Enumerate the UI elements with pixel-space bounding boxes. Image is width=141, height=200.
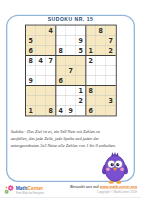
sudoku-cell: [66, 36, 76, 46]
sudoku-given-digit: 7: [49, 57, 53, 64]
sudoku-given-digit: 8: [99, 27, 103, 34]
sudoku-given-digit: 5: [29, 37, 33, 44]
sudoku-given-digit: 8: [29, 57, 33, 64]
sudoku-cell: [26, 96, 36, 106]
sudoku-cell: [106, 106, 116, 116]
sudoku-cell: [36, 76, 46, 86]
sudoku-cell: [36, 96, 46, 106]
instructions-line-3: untergeordneten 3x3 Netze alle Zahlen vo…: [11, 142, 131, 149]
page-title: SUDOKU NR. 15: [6, 17, 135, 23]
sudoku-cell: [66, 86, 76, 96]
sudoku-cell: 6: [56, 76, 66, 86]
sudoku-cell: 6: [26, 46, 36, 56]
sudoku-given-digit: 3: [109, 97, 113, 104]
logo-tagline: Free Math for Everyone: [16, 192, 44, 195]
sudoku-cell: [96, 66, 106, 76]
sudoku-cell: [56, 96, 66, 106]
sudoku-cell: 5: [76, 46, 86, 56]
logo-text-center: Center: [27, 185, 43, 191]
sudoku-cell: [96, 56, 106, 66]
sudoku-given-digit: 1: [79, 87, 83, 94]
instructions-line-1: Sudoku - Das Ziel ist es, ein 9x9 Netz m…: [11, 129, 131, 136]
sudoku-cell: 9: [26, 76, 36, 86]
sudoku-cell: [86, 26, 96, 36]
sudoku-cell: 8: [86, 86, 96, 96]
sudoku-cell: [36, 66, 46, 76]
sudoku-cell: 4: [46, 26, 56, 36]
sudoku-grid: 48597685128472796182318496: [25, 25, 117, 117]
sudoku-given-digit: 2: [109, 47, 113, 54]
sudoku-given-digit: 9: [29, 77, 33, 84]
sudoku-given-digit: 6: [29, 47, 33, 54]
sudoku-cell: [56, 26, 66, 36]
sudoku-cell: [66, 96, 76, 106]
sudoku-cell: 1: [26, 106, 36, 116]
sudoku-cell: [26, 66, 36, 76]
visit-prefix-text: Besucht uns auf: [70, 185, 100, 189]
sudoku-given-digit: 8: [89, 87, 93, 94]
sudoku-cell: [36, 46, 46, 56]
sudoku-cell: 8: [96, 26, 106, 36]
sudoku-cell: [96, 86, 106, 96]
sudoku-cell: [86, 36, 96, 46]
sudoku-given-digit: 2: [79, 97, 83, 104]
website-link[interactable]: www.math-center.org: [100, 185, 137, 189]
sudoku-given-digit: 8: [49, 107, 53, 114]
sudoku-given-digit: 9: [69, 107, 73, 114]
sudoku-given-digit: 2: [89, 57, 93, 64]
sudoku-given-digit: 6: [59, 77, 63, 84]
sudoku-cell: [66, 56, 76, 66]
sudoku-cell: 4: [36, 56, 46, 66]
sudoku-cell: [36, 26, 46, 36]
sudoku-cell: [86, 66, 96, 76]
sudoku-cell: 5: [26, 36, 36, 46]
sudoku-cell: 1: [76, 86, 86, 96]
sudoku-cell: [76, 106, 86, 116]
sudoku-cell: 1: [86, 46, 96, 56]
sudoku-cell: [56, 66, 66, 76]
sudoku-cell: [56, 86, 66, 96]
sudoku-cell: 2: [76, 96, 86, 106]
sudoku-given-digit: 8: [59, 47, 63, 54]
mathcenter-logo-icon: [3, 184, 14, 197]
sudoku-cell: [46, 36, 56, 46]
sudoku-cell: [106, 76, 116, 86]
sudoku-given-digit: 1: [29, 107, 33, 114]
owl-mascot-icon: [102, 151, 128, 186]
sudoku-cell: [26, 26, 36, 36]
sudoku-cell: 2: [106, 46, 116, 56]
sudoku-cell: [36, 36, 46, 46]
sudoku-given-digit: 7: [109, 37, 113, 44]
sudoku-cell: [96, 46, 106, 56]
sudoku-given-digit: 4: [49, 27, 53, 34]
sudoku-cell: 4: [56, 106, 66, 116]
sudoku-cell: [106, 26, 116, 36]
sudoku-cell: [106, 86, 116, 96]
sudoku-cell: [96, 36, 106, 46]
sudoku-given-digit: 5: [79, 47, 83, 54]
page-bottom-rule: [0, 197, 141, 198]
sudoku-cell: [46, 66, 56, 76]
sudoku-cell: [46, 46, 56, 56]
sudoku-cell: [66, 76, 76, 86]
sudoku-cell: 7: [106, 36, 116, 46]
copyright-text: Copyright © MathCenter 2019: [97, 190, 137, 193]
block-divider-horizontal-2: [26, 85, 116, 86]
sudoku-cell: 6: [86, 106, 96, 116]
mathcenter-logo-text: MathCenter: [16, 185, 44, 191]
sudoku-cell: [66, 46, 76, 56]
sudoku-given-digit: 4: [39, 57, 43, 64]
sudoku-cell: 7: [46, 56, 56, 66]
sudoku-cell: [86, 76, 96, 86]
sudoku-cell: [56, 56, 66, 66]
sudoku-cell: 3: [106, 96, 116, 106]
sudoku-cell: [96, 76, 106, 86]
sudoku-cell: 8: [56, 46, 66, 56]
sudoku-cell: 9: [76, 36, 86, 46]
sudoku-cell: [96, 106, 106, 116]
sudoku-cell: 2: [86, 56, 96, 66]
sudoku-cell: [106, 66, 116, 76]
sudoku-cell: [46, 76, 56, 86]
sudoku-cell: [76, 26, 86, 36]
sudoku-given-digit: 9: [79, 37, 83, 44]
sudoku-cell: [76, 76, 86, 86]
visit-us-line: Besucht uns auf www.math-center.org: [70, 185, 137, 189]
sudoku-cell: [56, 36, 66, 46]
sudoku-cell: [36, 86, 46, 96]
block-divider-vertical-1: [55, 26, 56, 116]
sudoku-given-digit: 7: [69, 67, 73, 74]
sudoku-given-digit: 4: [59, 107, 63, 114]
sudoku-cell: [46, 96, 56, 106]
sudoku-cell: [26, 86, 36, 96]
sudoku-cell: 8: [46, 106, 56, 116]
instructions-line-2: ausfüllen, das jede Zeile, jede Spalte u…: [11, 135, 131, 142]
sudoku-cell: 8: [26, 56, 36, 66]
block-divider-vertical-2: [85, 26, 86, 116]
sudoku-cell: [76, 56, 86, 66]
sudoku-cell: [36, 106, 46, 116]
sudoku-cell: [86, 96, 96, 106]
block-divider-horizontal-1: [26, 55, 116, 56]
sudoku-cell: [106, 56, 116, 66]
logo-text-math: Math: [16, 185, 28, 191]
sudoku-cell: [76, 66, 86, 76]
sudoku-given-digit: 6: [89, 107, 93, 114]
sudoku-cell: 9: [66, 106, 76, 116]
sudoku-cell: [96, 96, 106, 106]
sudoku-cell: [66, 26, 76, 36]
sudoku-given-digit: 1: [89, 47, 93, 54]
sudoku-cell: [46, 86, 56, 96]
instructions-text: Sudoku - Das Ziel ist es, ein 9x9 Netz m…: [11, 129, 131, 149]
sudoku-cell: 7: [66, 66, 76, 76]
sudoku-sheet-page: SUDOKU NR. 15 48597685128472796182318496…: [0, 0, 141, 200]
